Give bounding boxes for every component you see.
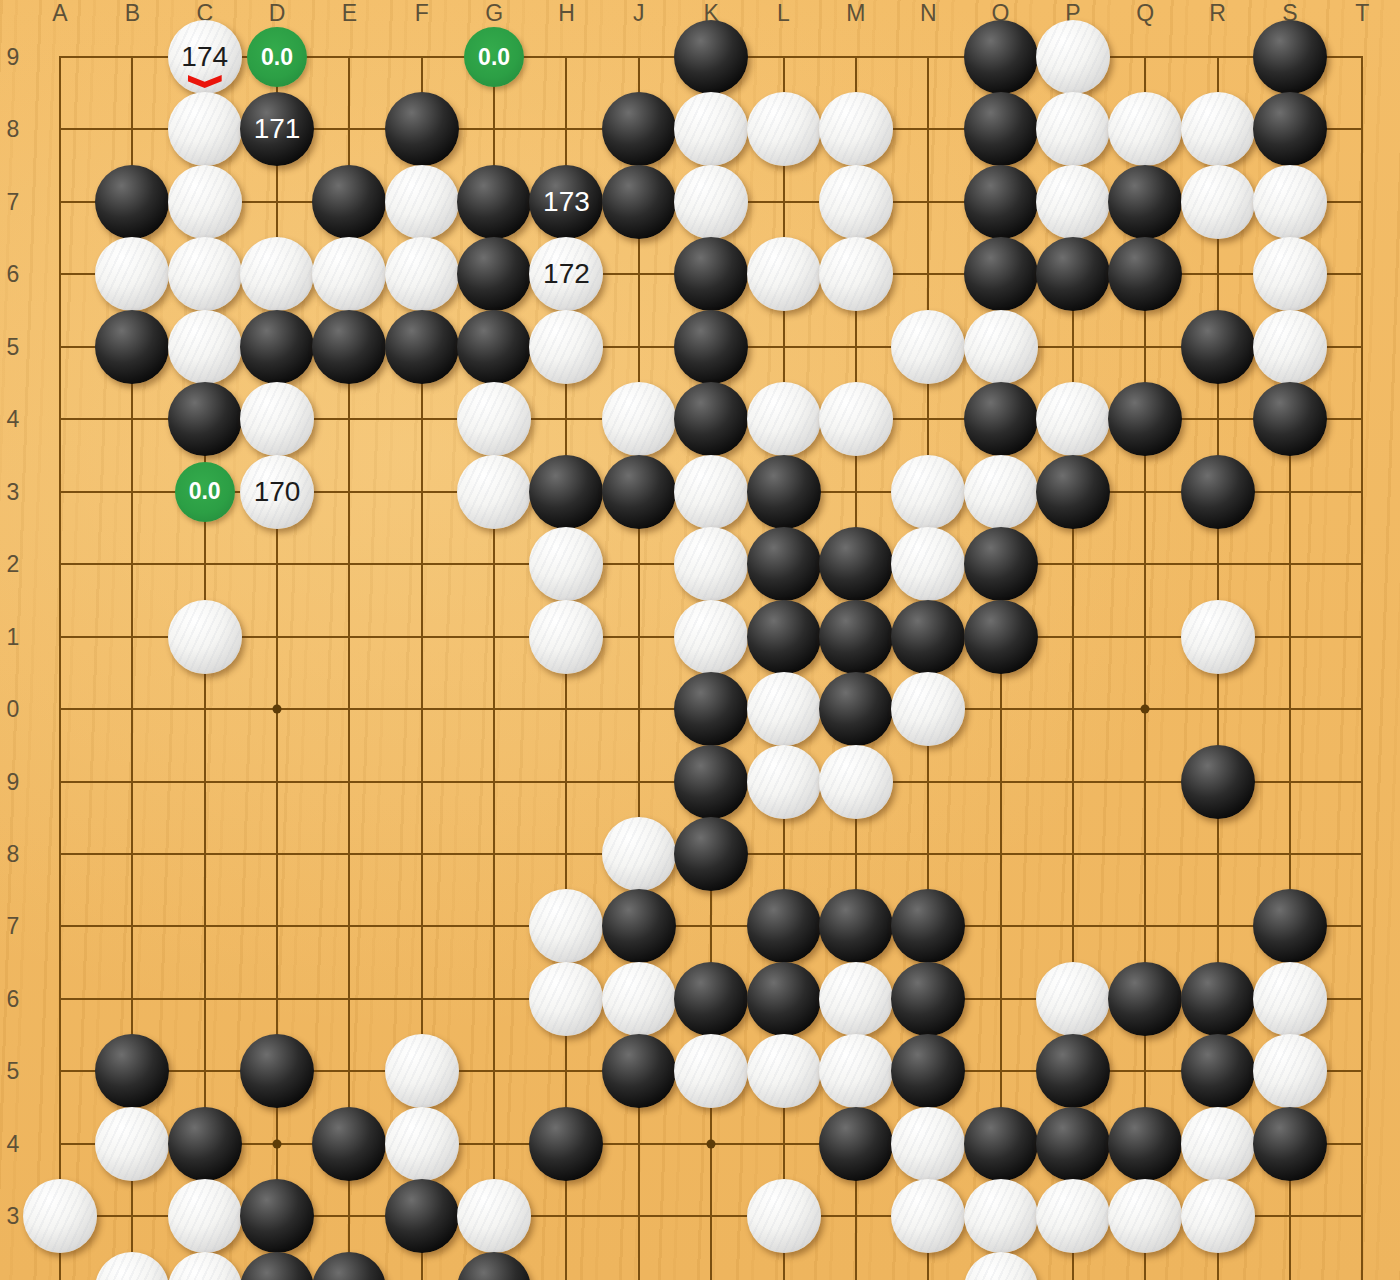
row-label-5: 5 [7, 1058, 20, 1085]
black-stone-R15 [1181, 310, 1255, 384]
white-stone-J8 [602, 817, 676, 891]
white-stone-B16 [95, 237, 169, 311]
white-stone-K17 [674, 165, 748, 239]
black-stone-C14 [168, 382, 242, 456]
white-stone-R3 [1181, 1179, 1255, 1253]
black-stone-D15 [240, 310, 314, 384]
white-stone-P17 [1036, 165, 1110, 239]
white-stone-C17 [168, 165, 242, 239]
black-stone-L11 [747, 600, 821, 674]
black-stone-B15 [95, 310, 169, 384]
black-stone-S4 [1253, 1107, 1327, 1181]
star-point-K4 [707, 1139, 716, 1148]
row-label-8: 8 [7, 840, 20, 867]
col-label-J: J [633, 0, 645, 27]
black-stone-H13 [529, 455, 603, 529]
black-stone-C4 [168, 1107, 242, 1181]
white-stone-F16 [385, 237, 459, 311]
white-stone-D13: 170 [240, 455, 314, 529]
black-stone-F15 [385, 310, 459, 384]
white-stone-N3 [891, 1179, 965, 1253]
black-stone-O17 [964, 165, 1038, 239]
white-stone-O2 [964, 1252, 1038, 1280]
white-stone-R4 [1181, 1107, 1255, 1181]
col-label-M: M [846, 0, 865, 27]
white-stone-S16 [1253, 237, 1327, 311]
black-stone-E2 [312, 1252, 386, 1280]
eval-badge-G19[interactable]: 0.0 [464, 27, 524, 87]
white-stone-J14 [602, 382, 676, 456]
black-stone-N5 [891, 1034, 965, 1108]
black-stone-O16 [964, 237, 1038, 311]
white-stone-C19: 174 [168, 20, 242, 94]
black-stone-K19 [674, 20, 748, 94]
black-stone-K9 [674, 745, 748, 819]
white-stone-K18 [674, 92, 748, 166]
white-stone-B4 [95, 1107, 169, 1181]
white-stone-F5 [385, 1034, 459, 1108]
col-label-A: A [52, 0, 67, 27]
black-stone-L13 [747, 455, 821, 529]
white-stone-M18 [819, 92, 893, 166]
white-stone-S6 [1253, 962, 1327, 1036]
black-stone-J7 [602, 889, 676, 963]
black-stone-G16 [457, 237, 531, 311]
white-stone-A3 [23, 1179, 97, 1253]
black-stone-K16 [674, 237, 748, 311]
black-stone-O11 [964, 600, 1038, 674]
col-label-G: G [485, 0, 503, 27]
goban[interactable]: ABCDEFGHJKLMNOPQRST987654321098765431741… [0, 0, 1400, 1280]
white-stone-H15 [529, 310, 603, 384]
black-stone-Q16 [1108, 237, 1182, 311]
col-label-L: L [777, 0, 790, 27]
white-stone-L18 [747, 92, 821, 166]
white-stone-C3 [168, 1179, 242, 1253]
white-stone-L14 [747, 382, 821, 456]
black-stone-N7 [891, 889, 965, 963]
row-label-19: 9 [7, 44, 20, 71]
white-stone-O15 [964, 310, 1038, 384]
black-stone-Q6 [1108, 962, 1182, 1036]
black-stone-N6 [891, 962, 965, 1036]
white-stone-K12 [674, 527, 748, 601]
white-stone-P6 [1036, 962, 1110, 1036]
col-label-Q: Q [1136, 0, 1154, 27]
white-stone-C11 [168, 600, 242, 674]
move-number-171: 171 [254, 115, 301, 143]
black-stone-R13 [1181, 455, 1255, 529]
row-label-14: 4 [7, 406, 20, 433]
black-stone-O12 [964, 527, 1038, 601]
col-label-H: H [558, 0, 575, 27]
white-stone-N13 [891, 455, 965, 529]
white-stone-N10 [891, 672, 965, 746]
white-stone-M6 [819, 962, 893, 1036]
move-number-170: 170 [254, 478, 301, 506]
eval-badge-D19[interactable]: 0.0 [247, 27, 307, 87]
move-number-174: 174 [181, 43, 228, 71]
black-stone-Q17 [1108, 165, 1182, 239]
white-stone-P14 [1036, 382, 1110, 456]
black-stone-S7 [1253, 889, 1327, 963]
black-stone-G17 [457, 165, 531, 239]
black-stone-D5 [240, 1034, 314, 1108]
black-stone-E4 [312, 1107, 386, 1181]
white-stone-M9 [819, 745, 893, 819]
white-stone-G14 [457, 382, 531, 456]
move-number-173: 173 [543, 188, 590, 216]
black-stone-Q4 [1108, 1107, 1182, 1181]
star-point-D10 [273, 705, 282, 714]
row-label-7: 7 [7, 913, 20, 940]
white-stone-K5 [674, 1034, 748, 1108]
black-stone-O14 [964, 382, 1038, 456]
white-stone-M17 [819, 165, 893, 239]
white-stone-G3 [457, 1179, 531, 1253]
row-label-3: 3 [7, 1203, 20, 1230]
black-stone-E17 [312, 165, 386, 239]
black-stone-O19 [964, 20, 1038, 94]
white-stone-C2 [168, 1252, 242, 1280]
white-stone-N15 [891, 310, 965, 384]
black-stone-M12 [819, 527, 893, 601]
black-stone-H4 [529, 1107, 603, 1181]
black-stone-G2 [457, 1252, 531, 1280]
black-stone-P16 [1036, 237, 1110, 311]
black-stone-Q14 [1108, 382, 1182, 456]
black-stone-B5 [95, 1034, 169, 1108]
row-label-18: 8 [7, 116, 20, 143]
black-stone-R9 [1181, 745, 1255, 819]
white-stone-D16 [240, 237, 314, 311]
white-stone-K13 [674, 455, 748, 529]
white-stone-L10 [747, 672, 821, 746]
white-stone-H12 [529, 527, 603, 601]
grid-line-col-A [59, 57, 61, 1280]
white-stone-H16: 172 [529, 237, 603, 311]
black-stone-D3 [240, 1179, 314, 1253]
white-stone-F17 [385, 165, 459, 239]
white-stone-M5 [819, 1034, 893, 1108]
black-stone-S19 [1253, 20, 1327, 94]
col-label-N: N [920, 0, 937, 27]
black-stone-O18 [964, 92, 1038, 166]
white-stone-C15 [168, 310, 242, 384]
black-stone-K10 [674, 672, 748, 746]
white-stone-Q3 [1108, 1179, 1182, 1253]
black-stone-D2 [240, 1252, 314, 1280]
eval-badge-C13[interactable]: 0.0 [175, 462, 235, 522]
black-stone-F18 [385, 92, 459, 166]
white-stone-D14 [240, 382, 314, 456]
black-stone-J17 [602, 165, 676, 239]
white-stone-H6 [529, 962, 603, 1036]
black-stone-G15 [457, 310, 531, 384]
black-stone-J13 [602, 455, 676, 529]
white-stone-L16 [747, 237, 821, 311]
black-stone-M4 [819, 1107, 893, 1181]
white-stone-L3 [747, 1179, 821, 1253]
white-stone-P19 [1036, 20, 1110, 94]
row-label-13: 3 [7, 478, 20, 505]
white-stone-R17 [1181, 165, 1255, 239]
black-stone-J5 [602, 1034, 676, 1108]
white-stone-J6 [602, 962, 676, 1036]
white-stone-O3 [964, 1179, 1038, 1253]
black-stone-L6 [747, 962, 821, 1036]
white-stone-G13 [457, 455, 531, 529]
black-stone-R6 [1181, 962, 1255, 1036]
white-stone-S5 [1253, 1034, 1327, 1108]
row-label-11: 1 [7, 623, 20, 650]
white-stone-L5 [747, 1034, 821, 1108]
row-label-15: 5 [7, 333, 20, 360]
bad-move-red-mark [188, 75, 222, 88]
white-stone-B2 [95, 1252, 169, 1280]
black-stone-S18 [1253, 92, 1327, 166]
black-stone-P4 [1036, 1107, 1110, 1181]
white-stone-E16 [312, 237, 386, 311]
black-stone-M10 [819, 672, 893, 746]
black-stone-B17 [95, 165, 169, 239]
white-stone-N4 [891, 1107, 965, 1181]
black-stone-K14 [674, 382, 748, 456]
white-stone-N12 [891, 527, 965, 601]
white-stone-S15 [1253, 310, 1327, 384]
row-label-9: 9 [7, 768, 20, 795]
white-stone-M16 [819, 237, 893, 311]
row-label-6: 6 [7, 985, 20, 1012]
white-stone-P18 [1036, 92, 1110, 166]
white-stone-H7 [529, 889, 603, 963]
black-stone-F3 [385, 1179, 459, 1253]
white-stone-H11 [529, 600, 603, 674]
black-stone-D18: 171 [240, 92, 314, 166]
black-stone-L12 [747, 527, 821, 601]
black-stone-K15 [674, 310, 748, 384]
black-stone-J18 [602, 92, 676, 166]
white-stone-R11 [1181, 600, 1255, 674]
black-stone-K6 [674, 962, 748, 1036]
row-label-12: 2 [7, 551, 20, 578]
col-label-F: F [415, 0, 429, 27]
black-stone-P5 [1036, 1034, 1110, 1108]
black-stone-S14 [1253, 382, 1327, 456]
row-label-4: 4 [7, 1130, 20, 1157]
white-stone-F4 [385, 1107, 459, 1181]
col-label-E: E [342, 0, 357, 27]
black-stone-K8 [674, 817, 748, 891]
white-stone-M14 [819, 382, 893, 456]
black-stone-P13 [1036, 455, 1110, 529]
col-label-D: D [269, 0, 286, 27]
row-label-17: 7 [7, 188, 20, 215]
white-stone-R18 [1181, 92, 1255, 166]
col-label-R: R [1209, 0, 1226, 27]
black-stone-M7 [819, 889, 893, 963]
black-stone-M11 [819, 600, 893, 674]
star-point-Q10 [1141, 705, 1150, 714]
black-stone-L7 [747, 889, 821, 963]
row-label-10: 0 [7, 696, 20, 723]
black-stone-H17: 173 [529, 165, 603, 239]
grid-line-row-7 [59, 925, 1363, 927]
black-stone-O4 [964, 1107, 1038, 1181]
white-stone-K11 [674, 600, 748, 674]
black-stone-N11 [891, 600, 965, 674]
white-stone-S17 [1253, 165, 1327, 239]
star-point-D4 [273, 1139, 282, 1148]
white-stone-C16 [168, 237, 242, 311]
white-stone-Q18 [1108, 92, 1182, 166]
black-stone-R5 [1181, 1034, 1255, 1108]
col-label-B: B [125, 0, 140, 27]
white-stone-L9 [747, 745, 821, 819]
white-stone-P3 [1036, 1179, 1110, 1253]
black-stone-E15 [312, 310, 386, 384]
grid-line-col-T [1361, 57, 1363, 1280]
white-stone-O13 [964, 455, 1038, 529]
col-label-T: T [1355, 0, 1369, 27]
white-stone-C18 [168, 92, 242, 166]
row-label-16: 6 [7, 261, 20, 288]
move-number-172: 172 [543, 260, 590, 288]
